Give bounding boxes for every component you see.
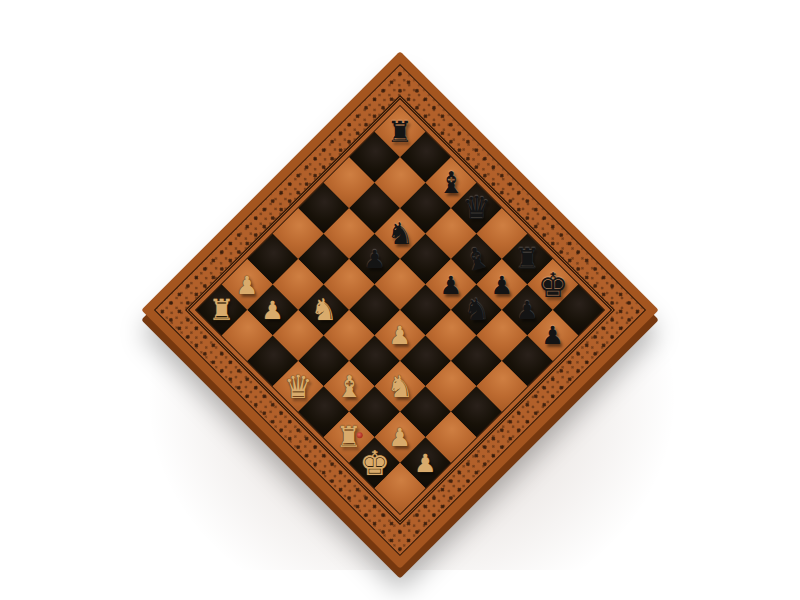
white-pawn-g2[interactable]: ♟: [389, 425, 411, 450]
white-knight-f3[interactable]: ♞: [387, 371, 414, 401]
black-rook-f8[interactable]: ♜: [514, 245, 540, 274]
black-pawn-g7[interactable]: ♟: [516, 297, 538, 322]
white-pawn-a2[interactable]: ♟: [236, 272, 258, 297]
white-king-g1[interactable]: ♚: [359, 446, 389, 480]
white-pawn-h2[interactable]: ♟: [414, 450, 436, 475]
chessboard-photo-scene: ♜♝♛♜♚♝♟♟♟♞♟♞♟♟♞♞♟♟♝♟♟♜♛♜♚: [0, 0, 800, 600]
black-knight-f6[interactable]: ♞: [463, 295, 490, 325]
white-knight-c3[interactable]: ♞: [310, 295, 337, 325]
black-pawn-h7[interactable]: ♟: [542, 323, 564, 348]
black-bishop-e7[interactable]: ♝: [460, 241, 493, 277]
white-queen-d1[interactable]: ♛: [284, 370, 313, 402]
black-pawn-f7[interactable]: ♟: [491, 272, 513, 297]
black-pawn-e6[interactable]: ♟: [440, 272, 462, 297]
black-king-g8[interactable]: ♚: [537, 268, 567, 302]
leather-chessboard: ♜♝♛♜♚♝♟♟♟♞♟♞♟♟♞♞♟♟♝♟♟♜♛♜♚: [141, 51, 659, 569]
black-knight-c6[interactable]: ♞: [387, 219, 414, 249]
white-bishop-e2[interactable]: ♝: [336, 371, 363, 401]
white-pawn-e4[interactable]: ♟: [389, 323, 411, 348]
red-crown-stamp: [357, 432, 363, 438]
black-bishop-c8[interactable]: ♝: [437, 168, 464, 198]
black-rook-a8[interactable]: ♜: [387, 117, 413, 146]
white-pawn-b2[interactable]: ♟: [262, 297, 284, 322]
white-rook-a1[interactable]: ♜: [209, 296, 235, 325]
black-pawn-c5[interactable]: ♟: [363, 247, 385, 272]
pinstripe-frame: ♜♝♛♜♚♝♟♟♟♞♟♞♟♟♞♞♟♟♝♟♟♜♛♜♚: [185, 95, 615, 525]
black-queen-d8[interactable]: ♛: [462, 192, 491, 224]
board-grid: ♜♝♛♜♚♝♟♟♟♞♟♞♟♟♞♞♟♟♝♟♟♜♛♜♚: [195, 105, 605, 515]
ornamental-border-band: ♜♝♛♜♚♝♟♟♟♞♟♞♟♟♞♞♟♟♝♟♟♜♛♜♚: [154, 64, 646, 556]
